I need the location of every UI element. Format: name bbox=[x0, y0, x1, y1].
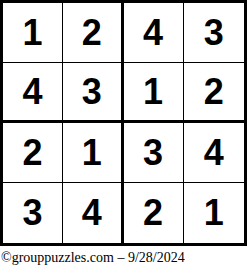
sudoku-cell-r2c3: 1 bbox=[124, 63, 184, 123]
sudoku-cell-r1c2: 2 bbox=[63, 3, 123, 63]
sudoku-cell-r2c1: 4 bbox=[3, 63, 63, 123]
sudoku-board: 1 2 4 3 4 3 1 2 2 1 3 4 3 4 2 1 bbox=[0, 0, 247, 246]
sudoku-cell-r4c1: 3 bbox=[3, 183, 63, 243]
sudoku-cell-r3c3: 3 bbox=[124, 123, 184, 183]
sudoku-cell-r1c1: 1 bbox=[3, 3, 63, 63]
sudoku-cell-r2c2: 3 bbox=[63, 63, 123, 123]
sudoku-cell-r3c4: 4 bbox=[184, 123, 244, 183]
sudoku-cell-r2c4: 2 bbox=[184, 63, 244, 123]
sudoku-cell-r3c1: 2 bbox=[3, 123, 63, 183]
sudoku-page: 1 2 4 3 4 3 1 2 2 1 3 4 3 4 2 1 ©grouppu… bbox=[0, 0, 247, 269]
sudoku-cell-r4c3: 2 bbox=[124, 183, 184, 243]
sudoku-cell-r4c4: 1 bbox=[184, 183, 244, 243]
sudoku-cell-r3c2: 1 bbox=[63, 123, 123, 183]
sudoku-cell-r1c3: 4 bbox=[124, 3, 184, 63]
copyright-credit: ©grouppuzzles.com – 9/28/2024 bbox=[1, 249, 246, 267]
sudoku-cell-r4c2: 4 bbox=[63, 183, 123, 243]
sudoku-cell-r1c4: 3 bbox=[184, 3, 244, 63]
